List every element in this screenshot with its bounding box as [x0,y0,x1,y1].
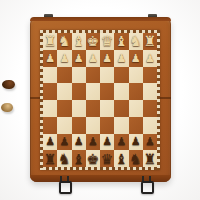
piece-black-bishop[interactable]: ♝ [115,151,128,165]
square-g2[interactable]: ♟ [57,50,71,67]
square-c5[interactable] [114,100,128,117]
square-c7[interactable]: ♟ [114,134,128,151]
square-f4[interactable] [72,83,86,100]
square-b5[interactable] [129,100,143,117]
square-f2[interactable]: ♟ [72,50,86,67]
square-g3[interactable] [57,67,71,84]
square-f6[interactable] [72,117,86,134]
box-back-edge [30,17,171,21]
piece-white-king[interactable]: ♚ [87,34,100,48]
piece-white-bishop[interactable]: ♝ [72,34,85,48]
square-g4[interactable] [57,83,71,100]
square-b4[interactable] [129,83,143,100]
square-e2[interactable]: ♟ [86,50,100,67]
square-h6[interactable] [43,117,57,134]
chess-board: ♜♞♝♚♛♝♞♜♟♟♟♟♟♟♟♟♟♟♟♟♟♟♟♟♜♞♝♚♛♝♞♜ [40,30,160,170]
piece-black-pawn[interactable]: ♟ [88,136,98,147]
square-h8[interactable]: ♜ [43,150,57,167]
square-h2[interactable]: ♟ [43,50,57,67]
square-c4[interactable] [114,83,128,100]
piece-black-rook[interactable]: ♜ [144,151,157,165]
square-h4[interactable] [43,83,57,100]
wooden-latch-pin-light [1,103,13,112]
piece-black-pawn[interactable]: ♟ [131,136,141,147]
clasp-latch-right [141,176,152,191]
square-f7[interactable]: ♟ [72,134,86,151]
square-e7[interactable]: ♟ [86,134,100,151]
piece-black-pawn[interactable]: ♟ [116,136,126,147]
piece-white-knight[interactable]: ♞ [129,34,142,48]
piece-black-bishop[interactable]: ♝ [72,151,85,165]
piece-black-knight[interactable]: ♞ [129,151,142,165]
piece-white-pawn[interactable]: ♟ [88,52,98,63]
clasp-latch-left [59,176,70,191]
piece-black-queen[interactable]: ♛ [101,151,114,165]
square-e4[interactable] [86,83,100,100]
square-h5[interactable] [43,100,57,117]
square-c2[interactable]: ♟ [114,50,128,67]
piece-white-rook[interactable]: ♜ [144,34,157,48]
square-d2[interactable]: ♟ [100,50,114,67]
square-f5[interactable] [72,100,86,117]
chess-board-grid: ♜♞♝♚♛♝♞♜♟♟♟♟♟♟♟♟♟♟♟♟♟♟♟♟♜♞♝♚♛♝♞♜ [43,33,157,167]
square-b8[interactable]: ♞ [129,150,143,167]
square-g1[interactable]: ♞ [57,33,71,50]
square-d3[interactable] [100,67,114,84]
piece-white-bishop[interactable]: ♝ [115,34,128,48]
square-a8[interactable]: ♜ [143,150,157,167]
piece-white-knight[interactable]: ♞ [58,34,71,48]
square-a7[interactable]: ♟ [143,134,157,151]
square-d8[interactable]: ♛ [100,150,114,167]
square-d1[interactable]: ♛ [100,33,114,50]
piece-white-pawn[interactable]: ♟ [74,52,84,63]
square-a3[interactable] [143,67,157,84]
piece-white-pawn[interactable]: ♟ [145,52,155,63]
square-f1[interactable]: ♝ [72,33,86,50]
square-a4[interactable] [143,83,157,100]
square-c8[interactable]: ♝ [114,150,128,167]
piece-black-pawn[interactable]: ♟ [45,136,55,147]
square-e5[interactable] [86,100,100,117]
piece-white-pawn[interactable]: ♟ [116,52,126,63]
square-b7[interactable]: ♟ [129,134,143,151]
square-g7[interactable]: ♟ [57,134,71,151]
piece-white-pawn[interactable]: ♟ [59,52,69,63]
square-d4[interactable] [100,83,114,100]
square-d5[interactable] [100,100,114,117]
square-e8[interactable]: ♚ [86,150,100,167]
mosaic-border-right [157,30,160,170]
square-b1[interactable]: ♞ [129,33,143,50]
chess-box: ♜♞♝♚♛♝♞♜♟♟♟♟♟♟♟♟♟♟♟♟♟♟♟♟♜♞♝♚♛♝♞♜ [30,17,171,182]
piece-black-pawn[interactable]: ♟ [74,136,84,147]
square-b6[interactable] [129,117,143,134]
square-g8[interactable]: ♞ [57,150,71,167]
piece-white-queen[interactable]: ♛ [101,34,114,48]
piece-black-pawn[interactable]: ♟ [145,136,155,147]
piece-white-pawn[interactable]: ♟ [131,52,141,63]
square-c6[interactable] [114,117,128,134]
mosaic-border-bottom [40,167,160,170]
square-d6[interactable] [100,117,114,134]
square-f3[interactable] [72,67,86,84]
square-a1[interactable]: ♜ [143,33,157,50]
square-a5[interactable] [143,100,157,117]
square-b3[interactable] [129,67,143,84]
piece-white-pawn[interactable]: ♟ [45,52,55,63]
square-g6[interactable] [57,117,71,134]
piece-black-king[interactable]: ♚ [87,151,100,165]
square-h3[interactable] [43,67,57,84]
piece-black-rook[interactable]: ♜ [44,151,57,165]
wooden-latch-pin-dark [2,80,15,89]
piece-white-rook[interactable]: ♜ [44,34,57,48]
square-e3[interactable] [86,67,100,84]
piece-white-pawn[interactable]: ♟ [102,52,112,63]
square-e6[interactable] [86,117,100,134]
square-a6[interactable] [143,117,157,134]
piece-black-pawn[interactable]: ♟ [59,136,69,147]
square-b2[interactable]: ♟ [129,50,143,67]
square-a2[interactable]: ♟ [143,50,157,67]
square-h1[interactable]: ♜ [43,33,57,50]
square-d7[interactable]: ♟ [100,134,114,151]
square-c1[interactable]: ♝ [114,33,128,50]
piece-black-knight[interactable]: ♞ [58,151,71,165]
photo-background: ♜♞♝♚♛♝♞♜♟♟♟♟♟♟♟♟♟♟♟♟♟♟♟♟♜♞♝♚♛♝♞♜ [0,0,200,200]
fold-seam-right [160,97,171,99]
piece-black-pawn[interactable]: ♟ [102,136,112,147]
square-e1[interactable]: ♚ [86,33,100,50]
square-c3[interactable] [114,67,128,84]
square-f8[interactable]: ♝ [72,150,86,167]
square-g5[interactable] [57,100,71,117]
square-h7[interactable]: ♟ [43,134,57,151]
